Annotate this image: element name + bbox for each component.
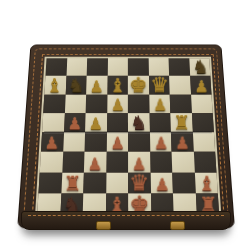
square-e5[interactable]: ♞ bbox=[128, 113, 150, 132]
square-f5[interactable] bbox=[149, 113, 171, 132]
square-d4[interactable]: ♟ bbox=[106, 132, 128, 152]
square-h2[interactable]: ♝ bbox=[194, 172, 217, 193]
square-f4[interactable]: ♟ bbox=[149, 132, 171, 152]
square-e2[interactable]: ♛ bbox=[128, 172, 150, 193]
square-c3[interactable]: ♟ bbox=[84, 152, 106, 172]
piece-copper-pawn[interactable]: ♟ bbox=[151, 175, 173, 193]
square-e7[interactable]: ♚ bbox=[128, 76, 149, 94]
square-c8[interactable] bbox=[87, 58, 108, 76]
square-a4[interactable]: ♟ bbox=[41, 132, 64, 152]
square-h5[interactable] bbox=[191, 113, 213, 132]
piece-gold-pawn[interactable]: ♟ bbox=[149, 96, 170, 113]
brass-hinge-left-icon bbox=[96, 221, 111, 230]
piece-copper-knight[interactable]: ♞ bbox=[128, 112, 149, 132]
piece-gold-pawn[interactable]: ♟ bbox=[107, 96, 128, 113]
square-b4[interactable] bbox=[63, 132, 85, 152]
piece-copper-queen[interactable]: ♛ bbox=[128, 172, 150, 193]
square-f6[interactable]: ♟ bbox=[149, 94, 171, 113]
square-a2[interactable] bbox=[38, 172, 61, 193]
square-d7[interactable]: ♝ bbox=[107, 76, 128, 94]
square-d2[interactable] bbox=[106, 172, 128, 193]
piece-gold-pawn[interactable]: ♟ bbox=[86, 78, 107, 95]
front-stitching bbox=[28, 215, 224, 216]
piece-gold-rook[interactable]: ♜ bbox=[171, 112, 192, 132]
brass-hinge-right-icon bbox=[170, 221, 185, 230]
piece-gold-queen[interactable]: ♛ bbox=[149, 75, 170, 94]
chess-board: ♞♝♞♟♝♚♛♟♟♟♟♟♞♜♟♟♟♟♟♟♜♛♟♝♞♝♚♜ bbox=[35, 57, 221, 217]
square-e6[interactable] bbox=[128, 94, 149, 113]
piece-gold-knight[interactable]: ♞ bbox=[190, 57, 211, 76]
square-g6[interactable] bbox=[170, 94, 192, 113]
square-b5[interactable]: ♟ bbox=[64, 113, 86, 132]
piece-copper-pawn[interactable]: ♟ bbox=[41, 135, 63, 152]
square-e4[interactable] bbox=[128, 132, 150, 152]
square-b2[interactable]: ♜ bbox=[61, 172, 84, 193]
square-c2[interactable] bbox=[83, 172, 106, 193]
piece-gold-pawn[interactable]: ♟ bbox=[85, 115, 106, 132]
square-g7[interactable] bbox=[169, 76, 190, 94]
square-a5[interactable] bbox=[42, 113, 64, 132]
square-e3[interactable]: ♟ bbox=[128, 152, 150, 172]
piece-copper-bishop[interactable]: ♝ bbox=[195, 172, 217, 193]
chess-board-box: ♞♝♞♟♝♚♛♟♟♟♟♟♞♜♟♟♟♟♟♟♜♛♟♝♞♝♚♜ bbox=[17, 44, 235, 228]
square-a6[interactable] bbox=[43, 94, 65, 113]
square-c5[interactable]: ♟ bbox=[85, 113, 107, 132]
square-b6[interactable] bbox=[64, 94, 86, 113]
square-a7[interactable]: ♝ bbox=[44, 76, 66, 94]
piece-copper-pawn[interactable]: ♟ bbox=[64, 115, 85, 132]
piece-gold-king[interactable]: ♚ bbox=[128, 75, 149, 94]
square-h8[interactable]: ♞ bbox=[189, 58, 210, 76]
square-c4[interactable] bbox=[84, 132, 106, 152]
square-g5[interactable]: ♜ bbox=[170, 113, 192, 132]
product-photo-scene: ♞♝♞♟♝♚♛♟♟♟♟♟♞♜♟♟♟♟♟♟♜♛♟♝♞♝♚♜ bbox=[0, 0, 250, 250]
piece-copper-pawn[interactable]: ♟ bbox=[84, 155, 106, 172]
square-f2[interactable]: ♟ bbox=[150, 172, 173, 193]
square-g2[interactable] bbox=[172, 172, 195, 193]
square-c7[interactable]: ♟ bbox=[86, 76, 107, 94]
piece-copper-pawn[interactable]: ♟ bbox=[106, 135, 128, 152]
piece-gold-bishop[interactable]: ♝ bbox=[44, 75, 65, 94]
square-g8[interactable] bbox=[169, 58, 190, 76]
square-d5[interactable] bbox=[107, 113, 128, 132]
piece-copper-rook[interactable]: ♜ bbox=[61, 172, 83, 193]
piece-gold-bishop[interactable]: ♝ bbox=[107, 75, 128, 94]
piece-copper-pawn[interactable]: ♟ bbox=[150, 135, 172, 152]
piece-copper-pawn[interactable]: ♟ bbox=[172, 135, 194, 152]
square-h7[interactable]: ♟ bbox=[190, 76, 212, 94]
square-g4[interactable]: ♟ bbox=[171, 132, 193, 152]
piece-gold-pawn[interactable]: ♟ bbox=[191, 78, 212, 95]
box-front-edge bbox=[21, 211, 231, 230]
square-f7[interactable]: ♛ bbox=[148, 76, 169, 94]
piece-gold-knight[interactable]: ♞ bbox=[65, 75, 86, 94]
square-h4[interactable] bbox=[192, 132, 215, 152]
square-c6[interactable] bbox=[86, 94, 107, 113]
square-h6[interactable] bbox=[191, 94, 213, 113]
square-d6[interactable]: ♟ bbox=[107, 94, 128, 113]
square-b7[interactable]: ♞ bbox=[65, 76, 86, 94]
